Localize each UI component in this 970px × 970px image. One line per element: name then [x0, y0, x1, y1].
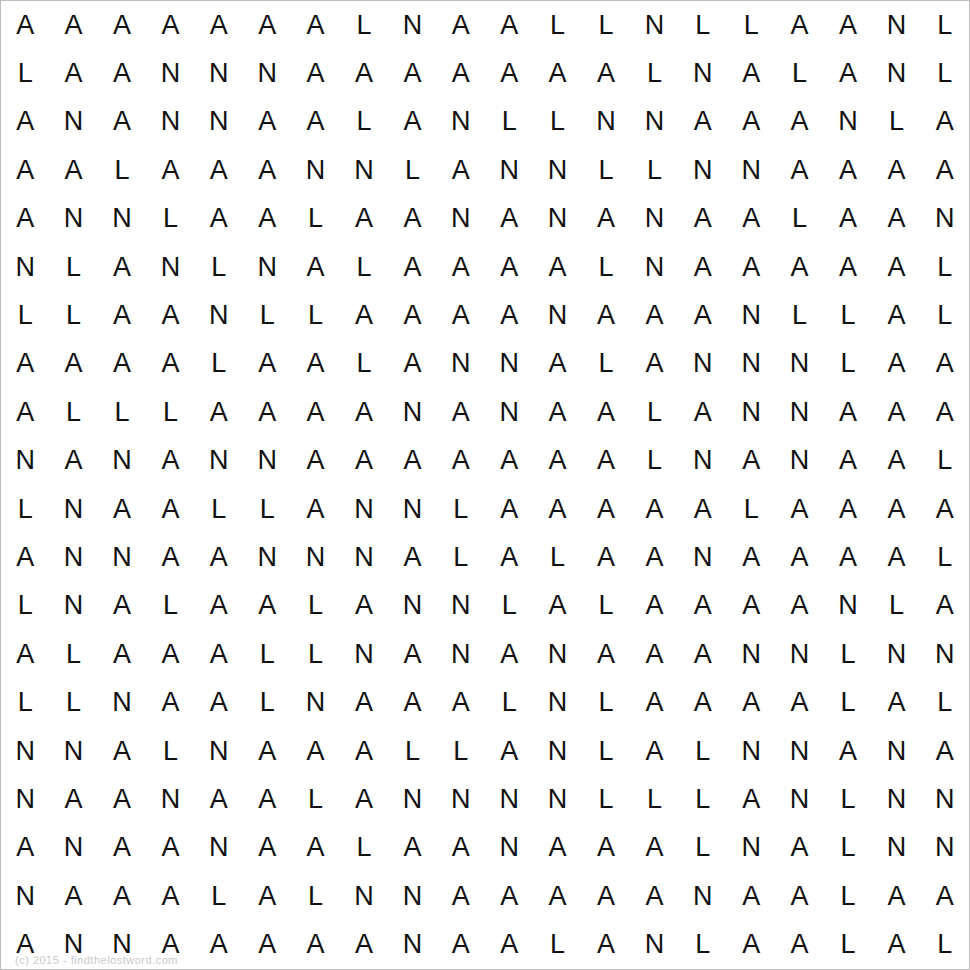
grid-cell[interactable]: A	[291, 340, 339, 388]
grid-cell[interactable]: A	[388, 824, 436, 872]
grid-cell[interactable]: A	[824, 727, 872, 775]
grid-cell[interactable]: A	[195, 775, 243, 823]
grid-cell[interactable]: A	[98, 291, 146, 339]
grid-cell[interactable]: L	[243, 485, 291, 533]
grid-cell[interactable]: A	[872, 533, 920, 581]
grid-cell[interactable]: A	[727, 98, 775, 146]
grid-cell[interactable]: A	[582, 921, 630, 969]
grid-cell[interactable]: A	[533, 49, 581, 97]
grid-cell[interactable]: N	[146, 49, 194, 97]
grid-cell[interactable]: N	[775, 630, 823, 678]
grid-cell[interactable]: L	[630, 775, 678, 823]
grid-cell[interactable]: L	[49, 388, 97, 436]
grid-cell[interactable]: A	[98, 485, 146, 533]
grid-cell[interactable]: A	[485, 485, 533, 533]
grid-cell[interactable]: A	[775, 1, 823, 49]
grid-cell[interactable]: A	[921, 727, 969, 775]
grid-cell[interactable]: A	[98, 98, 146, 146]
grid-cell[interactable]: N	[775, 727, 823, 775]
grid-cell[interactable]: N	[98, 533, 146, 581]
grid-cell[interactable]: A	[679, 679, 727, 727]
grid-cell[interactable]: A	[1, 340, 49, 388]
grid-cell[interactable]: A	[630, 340, 678, 388]
grid-cell[interactable]: A	[533, 824, 581, 872]
grid-cell[interactable]: N	[533, 630, 581, 678]
grid-cell[interactable]: A	[388, 243, 436, 291]
grid-cell[interactable]: N	[533, 146, 581, 194]
grid-cell[interactable]: A	[340, 775, 388, 823]
grid-cell[interactable]: A	[49, 340, 97, 388]
grid-cell[interactable]: A	[437, 146, 485, 194]
grid-cell[interactable]: N	[727, 727, 775, 775]
grid-cell[interactable]: A	[340, 195, 388, 243]
grid-cell[interactable]: A	[437, 1, 485, 49]
grid-cell[interactable]: A	[775, 98, 823, 146]
grid-cell[interactable]: A	[872, 146, 920, 194]
grid-cell[interactable]: A	[775, 146, 823, 194]
grid-cell[interactable]: N	[921, 775, 969, 823]
grid-cell[interactable]: A	[533, 388, 581, 436]
grid-cell[interactable]: N	[679, 49, 727, 97]
grid-cell[interactable]: N	[340, 630, 388, 678]
grid-cell[interactable]: L	[243, 630, 291, 678]
grid-cell[interactable]: N	[630, 195, 678, 243]
grid-cell[interactable]: A	[775, 872, 823, 920]
grid-cell[interactable]: A	[388, 679, 436, 727]
grid-cell[interactable]: A	[872, 195, 920, 243]
grid-cell[interactable]: L	[582, 340, 630, 388]
grid-cell[interactable]: A	[872, 340, 920, 388]
grid-cell[interactable]: A	[291, 1, 339, 49]
grid-cell[interactable]: L	[727, 485, 775, 533]
grid-cell[interactable]: A	[195, 921, 243, 969]
grid-cell[interactable]: A	[775, 921, 823, 969]
grid-cell[interactable]: A	[582, 291, 630, 339]
grid-cell[interactable]: A	[679, 98, 727, 146]
grid-cell[interactable]: L	[49, 243, 97, 291]
grid-cell[interactable]: A	[921, 146, 969, 194]
grid-cell[interactable]: A	[388, 533, 436, 581]
grid-cell[interactable]: A	[340, 679, 388, 727]
grid-cell[interactable]: A	[1, 533, 49, 581]
grid-cell[interactable]: N	[146, 98, 194, 146]
grid-cell[interactable]: N	[775, 340, 823, 388]
grid-cell[interactable]: A	[582, 49, 630, 97]
grid-cell[interactable]: L	[921, 533, 969, 581]
grid-cell[interactable]: A	[291, 49, 339, 97]
grid-cell[interactable]: A	[921, 340, 969, 388]
grid-cell[interactable]: A	[98, 243, 146, 291]
grid-cell[interactable]: N	[49, 98, 97, 146]
grid-cell[interactable]: A	[1, 98, 49, 146]
grid-cell[interactable]: A	[727, 679, 775, 727]
grid-cell[interactable]: N	[485, 340, 533, 388]
grid-cell[interactable]: A	[340, 291, 388, 339]
grid-cell[interactable]: N	[388, 388, 436, 436]
grid-cell[interactable]: N	[727, 824, 775, 872]
grid-cell[interactable]: A	[921, 582, 969, 630]
grid-cell[interactable]: A	[533, 340, 581, 388]
grid-cell[interactable]: N	[146, 243, 194, 291]
grid-cell[interactable]: A	[388, 437, 436, 485]
grid-cell[interactable]: A	[340, 582, 388, 630]
grid-cell[interactable]: A	[146, 146, 194, 194]
grid-cell[interactable]: A	[824, 485, 872, 533]
grid-cell[interactable]: N	[679, 437, 727, 485]
grid-cell[interactable]: A	[49, 146, 97, 194]
grid-cell[interactable]: A	[291, 243, 339, 291]
grid-cell[interactable]: N	[49, 533, 97, 581]
grid-cell[interactable]: L	[1, 485, 49, 533]
grid-cell[interactable]: A	[872, 437, 920, 485]
grid-cell[interactable]: L	[679, 1, 727, 49]
grid-cell[interactable]: A	[291, 824, 339, 872]
grid-cell[interactable]: A	[679, 582, 727, 630]
grid-cell[interactable]: L	[824, 340, 872, 388]
grid-cell[interactable]: N	[872, 775, 920, 823]
grid-cell[interactable]: N	[679, 533, 727, 581]
grid-cell[interactable]: L	[582, 582, 630, 630]
grid-cell[interactable]: A	[437, 437, 485, 485]
grid-cell[interactable]: A	[437, 291, 485, 339]
grid-cell[interactable]: A	[146, 340, 194, 388]
grid-cell[interactable]: L	[533, 98, 581, 146]
grid-cell[interactable]: A	[485, 872, 533, 920]
grid-cell[interactable]: L	[340, 1, 388, 49]
grid-cell[interactable]: N	[485, 146, 533, 194]
grid-cell[interactable]: N	[824, 98, 872, 146]
grid-cell[interactable]: A	[533, 582, 581, 630]
grid-cell[interactable]: A	[582, 195, 630, 243]
grid-cell[interactable]: L	[1, 291, 49, 339]
grid-cell[interactable]: A	[727, 921, 775, 969]
grid-cell[interactable]: A	[824, 49, 872, 97]
grid-cell[interactable]: N	[388, 775, 436, 823]
grid-cell[interactable]: L	[195, 340, 243, 388]
grid-cell[interactable]: A	[146, 485, 194, 533]
grid-cell[interactable]: A	[388, 291, 436, 339]
grid-cell[interactable]: A	[243, 98, 291, 146]
grid-cell[interactable]: N	[437, 582, 485, 630]
grid-cell[interactable]: N	[485, 388, 533, 436]
grid-cell[interactable]: A	[98, 727, 146, 775]
grid-cell[interactable]: A	[824, 533, 872, 581]
grid-cell[interactable]: N	[1, 437, 49, 485]
grid-cell[interactable]: L	[437, 485, 485, 533]
grid-cell[interactable]: A	[49, 775, 97, 823]
grid-cell[interactable]: N	[1, 872, 49, 920]
grid-cell[interactable]: N	[775, 775, 823, 823]
grid-cell[interactable]: A	[98, 630, 146, 678]
grid-cell[interactable]: A	[679, 388, 727, 436]
grid-cell[interactable]: A	[582, 533, 630, 581]
grid-cell[interactable]: A	[243, 340, 291, 388]
grid-cell[interactable]: A	[195, 388, 243, 436]
grid-cell[interactable]: A	[98, 824, 146, 872]
grid-cell[interactable]: N	[243, 533, 291, 581]
grid-cell[interactable]: A	[630, 679, 678, 727]
grid-cell[interactable]: L	[146, 388, 194, 436]
grid-cell[interactable]: L	[582, 243, 630, 291]
grid-cell[interactable]: A	[291, 921, 339, 969]
grid-cell[interactable]: A	[146, 291, 194, 339]
grid-cell[interactable]: L	[485, 98, 533, 146]
grid-cell[interactable]: A	[679, 485, 727, 533]
grid-cell[interactable]: L	[630, 388, 678, 436]
grid-cell[interactable]: A	[1, 195, 49, 243]
grid-cell[interactable]: A	[824, 146, 872, 194]
grid-cell[interactable]: N	[195, 291, 243, 339]
grid-cell[interactable]: A	[195, 630, 243, 678]
grid-cell[interactable]: L	[921, 243, 969, 291]
grid-cell[interactable]: A	[727, 582, 775, 630]
grid-cell[interactable]: L	[195, 243, 243, 291]
grid-cell[interactable]: A	[146, 437, 194, 485]
grid-cell[interactable]: A	[872, 485, 920, 533]
grid-cell[interactable]: N	[243, 243, 291, 291]
grid-cell[interactable]: A	[1, 388, 49, 436]
grid-cell[interactable]: L	[921, 437, 969, 485]
grid-cell[interactable]: N	[340, 872, 388, 920]
grid-cell[interactable]: A	[195, 533, 243, 581]
grid-cell[interactable]: N	[146, 775, 194, 823]
grid-cell[interactable]: N	[437, 98, 485, 146]
grid-cell[interactable]: A	[485, 195, 533, 243]
grid-cell[interactable]: L	[679, 727, 727, 775]
grid-cell[interactable]: A	[630, 727, 678, 775]
grid-cell[interactable]: L	[679, 824, 727, 872]
grid-cell[interactable]: N	[388, 921, 436, 969]
grid-cell[interactable]: N	[630, 1, 678, 49]
grid-cell[interactable]: A	[291, 485, 339, 533]
grid-cell[interactable]: A	[679, 291, 727, 339]
grid-cell[interactable]: N	[485, 824, 533, 872]
grid-cell[interactable]: L	[679, 775, 727, 823]
grid-cell[interactable]: A	[388, 98, 436, 146]
grid-cell[interactable]: N	[49, 727, 97, 775]
grid-cell[interactable]: L	[195, 872, 243, 920]
grid-cell[interactable]: N	[49, 485, 97, 533]
grid-cell[interactable]: L	[291, 195, 339, 243]
grid-cell[interactable]: N	[679, 872, 727, 920]
grid-cell[interactable]: A	[146, 1, 194, 49]
grid-cell[interactable]: N	[437, 340, 485, 388]
grid-cell[interactable]: A	[872, 872, 920, 920]
grid-cell[interactable]: L	[775, 291, 823, 339]
grid-cell[interactable]: A	[98, 49, 146, 97]
grid-cell[interactable]: L	[921, 1, 969, 49]
grid-cell[interactable]: N	[872, 630, 920, 678]
grid-cell[interactable]: A	[195, 1, 243, 49]
grid-cell[interactable]: A	[485, 437, 533, 485]
grid-cell[interactable]: L	[49, 630, 97, 678]
grid-cell[interactable]: N	[388, 582, 436, 630]
grid-cell[interactable]: N	[388, 485, 436, 533]
grid-cell[interactable]: A	[824, 437, 872, 485]
grid-cell[interactable]: L	[824, 921, 872, 969]
grid-cell[interactable]: A	[437, 824, 485, 872]
grid-cell[interactable]: A	[485, 533, 533, 581]
grid-cell[interactable]: A	[388, 340, 436, 388]
grid-cell[interactable]: A	[243, 146, 291, 194]
grid-cell[interactable]: A	[921, 872, 969, 920]
grid-cell[interactable]: A	[630, 824, 678, 872]
grid-cell[interactable]: L	[775, 49, 823, 97]
grid-cell[interactable]: L	[533, 1, 581, 49]
grid-cell[interactable]: L	[582, 679, 630, 727]
grid-cell[interactable]: N	[243, 49, 291, 97]
grid-cell[interactable]: L	[340, 243, 388, 291]
grid-cell[interactable]: A	[437, 388, 485, 436]
grid-cell[interactable]: A	[921, 485, 969, 533]
grid-cell[interactable]: L	[98, 146, 146, 194]
grid-cell[interactable]: A	[243, 872, 291, 920]
grid-cell[interactable]: A	[872, 388, 920, 436]
grid-cell[interactable]: L	[533, 533, 581, 581]
grid-cell[interactable]: A	[1, 630, 49, 678]
grid-cell[interactable]: A	[243, 582, 291, 630]
grid-cell[interactable]: A	[485, 1, 533, 49]
grid-cell[interactable]: A	[485, 921, 533, 969]
grid-cell[interactable]: N	[1, 775, 49, 823]
grid-cell[interactable]: A	[679, 195, 727, 243]
grid-cell[interactable]: N	[388, 1, 436, 49]
grid-cell[interactable]: A	[533, 872, 581, 920]
grid-cell[interactable]: A	[146, 679, 194, 727]
grid-cell[interactable]: N	[195, 437, 243, 485]
grid-cell[interactable]: N	[49, 824, 97, 872]
grid-cell[interactable]: N	[98, 679, 146, 727]
grid-cell[interactable]: L	[921, 921, 969, 969]
grid-cell[interactable]: N	[533, 679, 581, 727]
grid-cell[interactable]: A	[437, 49, 485, 97]
grid-cell[interactable]: A	[195, 195, 243, 243]
grid-cell[interactable]: N	[1, 243, 49, 291]
grid-cell[interactable]: A	[775, 243, 823, 291]
grid-cell[interactable]: A	[824, 243, 872, 291]
grid-cell[interactable]: A	[630, 582, 678, 630]
grid-cell[interactable]: A	[630, 485, 678, 533]
grid-cell[interactable]: A	[243, 775, 291, 823]
grid-cell[interactable]: A	[1, 824, 49, 872]
grid-cell[interactable]: N	[533, 727, 581, 775]
grid-cell[interactable]: A	[49, 437, 97, 485]
grid-cell[interactable]: L	[437, 727, 485, 775]
grid-cell[interactable]: A	[388, 49, 436, 97]
grid-cell[interactable]: A	[437, 921, 485, 969]
grid-cell[interactable]: N	[775, 437, 823, 485]
grid-cell[interactable]: A	[533, 437, 581, 485]
grid-cell[interactable]: N	[437, 775, 485, 823]
grid-cell[interactable]: A	[679, 630, 727, 678]
grid-cell[interactable]: L	[291, 872, 339, 920]
grid-cell[interactable]: N	[340, 146, 388, 194]
grid-cell[interactable]: A	[98, 1, 146, 49]
grid-cell[interactable]: A	[340, 437, 388, 485]
grid-cell[interactable]: A	[388, 630, 436, 678]
grid-cell[interactable]: A	[775, 679, 823, 727]
grid-cell[interactable]: L	[824, 872, 872, 920]
grid-cell[interactable]: A	[485, 243, 533, 291]
grid-cell[interactable]: N	[98, 195, 146, 243]
grid-cell[interactable]: A	[291, 727, 339, 775]
grid-cell[interactable]: L	[582, 727, 630, 775]
grid-cell[interactable]: L	[582, 146, 630, 194]
grid-cell[interactable]: A	[195, 679, 243, 727]
grid-cell[interactable]: N	[195, 98, 243, 146]
grid-cell[interactable]: N	[630, 98, 678, 146]
grid-cell[interactable]: L	[291, 630, 339, 678]
grid-cell[interactable]: L	[1, 679, 49, 727]
grid-cell[interactable]: N	[195, 824, 243, 872]
grid-cell[interactable]: L	[146, 727, 194, 775]
grid-cell[interactable]: N	[872, 727, 920, 775]
grid-cell[interactable]: N	[727, 146, 775, 194]
grid-cell[interactable]: L	[630, 49, 678, 97]
grid-cell[interactable]: A	[775, 582, 823, 630]
grid-cell[interactable]: N	[872, 49, 920, 97]
grid-cell[interactable]: A	[1, 146, 49, 194]
grid-cell[interactable]: N	[291, 146, 339, 194]
grid-cell[interactable]: L	[485, 582, 533, 630]
grid-cell[interactable]: L	[291, 775, 339, 823]
grid-cell[interactable]: A	[824, 195, 872, 243]
grid-cell[interactable]: N	[872, 1, 920, 49]
grid-cell[interactable]: N	[340, 533, 388, 581]
grid-cell[interactable]: A	[195, 582, 243, 630]
grid-cell[interactable]: A	[727, 195, 775, 243]
grid-cell[interactable]: N	[727, 388, 775, 436]
grid-cell[interactable]: N	[921, 630, 969, 678]
grid-cell[interactable]: L	[243, 291, 291, 339]
grid-cell[interactable]: A	[291, 388, 339, 436]
grid-cell[interactable]: N	[824, 582, 872, 630]
grid-cell[interactable]: L	[243, 679, 291, 727]
grid-cell[interactable]: N	[775, 388, 823, 436]
grid-cell[interactable]: L	[437, 533, 485, 581]
grid-cell[interactable]: A	[824, 1, 872, 49]
grid-cell[interactable]: L	[582, 775, 630, 823]
grid-cell[interactable]: A	[727, 872, 775, 920]
grid-cell[interactable]: A	[775, 824, 823, 872]
grid-cell[interactable]: A	[533, 243, 581, 291]
grid-cell[interactable]: N	[630, 243, 678, 291]
grid-cell[interactable]: A	[437, 872, 485, 920]
grid-cell[interactable]: A	[533, 485, 581, 533]
grid-cell[interactable]: A	[775, 533, 823, 581]
grid-cell[interactable]: N	[195, 49, 243, 97]
grid-cell[interactable]: N	[49, 582, 97, 630]
grid-cell[interactable]: N	[533, 195, 581, 243]
grid-cell[interactable]: A	[582, 630, 630, 678]
grid-cell[interactable]: L	[533, 921, 581, 969]
grid-cell[interactable]: A	[388, 195, 436, 243]
grid-cell[interactable]: L	[824, 679, 872, 727]
grid-cell[interactable]: A	[49, 49, 97, 97]
grid-cell[interactable]: L	[340, 98, 388, 146]
grid-cell[interactable]: L	[872, 582, 920, 630]
grid-cell[interactable]: N	[243, 437, 291, 485]
grid-cell[interactable]: A	[727, 49, 775, 97]
grid-cell[interactable]: A	[340, 49, 388, 97]
grid-cell[interactable]: N	[388, 872, 436, 920]
grid-cell[interactable]: L	[49, 291, 97, 339]
grid-cell[interactable]: A	[98, 340, 146, 388]
grid-cell[interactable]: N	[195, 727, 243, 775]
grid-cell[interactable]: A	[727, 533, 775, 581]
grid-cell[interactable]: A	[437, 679, 485, 727]
grid-cell[interactable]: A	[291, 98, 339, 146]
